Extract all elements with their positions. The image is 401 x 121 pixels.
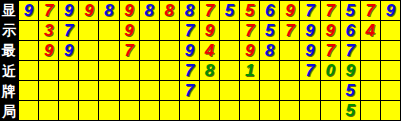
sidebar-char: 近 [2, 61, 16, 81]
grid-cell: 8 [260, 41, 279, 60]
grid-cell: 7 [180, 21, 199, 40]
grid-cell [381, 61, 400, 80]
grid-cell: 9 [321, 21, 340, 40]
grid-cell [180, 101, 199, 120]
sidebar-char: 显 [2, 0, 16, 20]
grid-cell: 9 [200, 21, 219, 40]
grid-cell: 9 [180, 41, 199, 60]
sidebar-char: 最 [2, 40, 16, 60]
grid-cell [381, 21, 400, 40]
grid-cell [39, 81, 58, 100]
grid-cell: 7 [180, 81, 199, 100]
grid-cell: 9 [120, 21, 139, 40]
grid-cell: 5 [341, 101, 360, 120]
grid-cell: 9 [39, 41, 58, 60]
grid-cell [220, 21, 239, 40]
grid-cell [99, 61, 118, 80]
grid-cell: 9 [240, 41, 259, 60]
grid-cell: 7 [321, 1, 340, 20]
sidebar-vertical-label: 显示最近牌局 [0, 0, 18, 121]
grid-cell: 7 [200, 1, 219, 20]
grid-cell [59, 61, 78, 80]
grid-cell: 9 [120, 1, 139, 20]
grid-cell: 7 [300, 61, 319, 80]
grid-cell [300, 101, 319, 120]
grid-cell: 9 [381, 1, 400, 20]
grid-cell [240, 101, 259, 120]
grid-cell [321, 81, 340, 100]
grid-cell: 9 [341, 61, 360, 80]
recent-rounds-board: 显示最近牌局 979989888755697757937979757996499… [0, 0, 401, 121]
grid-cell [99, 21, 118, 40]
grid-cell: 5 [341, 81, 360, 100]
grid-cell: 7 [180, 61, 199, 80]
grid-cell: 5 [260, 21, 279, 40]
grid-cell [361, 41, 380, 60]
grid-cell [19, 21, 38, 40]
grid-cell [260, 81, 279, 100]
grid-cell [79, 61, 98, 80]
grid-cell: 7 [59, 21, 78, 40]
grid-cell [321, 101, 340, 120]
grid-cell [19, 61, 38, 80]
grid-cell [19, 81, 38, 100]
grid-cell [381, 41, 400, 60]
grid-cell [59, 101, 78, 120]
grid-cell [39, 61, 58, 80]
grid-cell: 8 [99, 1, 118, 20]
grid-cell: 8 [160, 1, 179, 20]
grid-cell [220, 81, 239, 100]
grid-cell: 1 [240, 61, 259, 80]
grid-cell: 9 [300, 21, 319, 40]
grid-cell [260, 101, 279, 120]
grid-cell [140, 101, 159, 120]
grid-cell: 8 [140, 1, 159, 20]
grid-cell [79, 21, 98, 40]
grid-cell [19, 101, 38, 120]
grid-cell [79, 41, 98, 60]
grid-cell [280, 61, 299, 80]
grid-cell: 3 [39, 21, 58, 40]
grid-cell: 5 [220, 1, 239, 20]
grid-cell: 8 [180, 1, 199, 20]
grid-cell [79, 101, 98, 120]
grid-cell: 9 [79, 1, 98, 20]
grid-cell [160, 61, 179, 80]
grid-cell [120, 61, 139, 80]
grid-cell: 7 [341, 41, 360, 60]
grid-cell [280, 101, 299, 120]
sidebar-char: 局 [2, 101, 16, 121]
grid-cell [79, 81, 98, 100]
grid-cell: 7 [39, 1, 58, 20]
grid-cell: 0 [321, 61, 340, 80]
grid-cell [39, 101, 58, 120]
sidebar-char: 牌 [2, 81, 16, 101]
grid-cell [381, 101, 400, 120]
grid-cell [140, 61, 159, 80]
grid-cell: 9 [280, 1, 299, 20]
grid-cell: 7 [280, 21, 299, 40]
board-grid: 9799898887556977579379797579964997949897… [18, 0, 401, 121]
grid-cell [140, 41, 159, 60]
grid-cell [160, 81, 179, 100]
grid-cell: 9 [59, 1, 78, 20]
grid-cell [280, 81, 299, 100]
grid-cell: 4 [361, 21, 380, 40]
grid-cell [280, 41, 299, 60]
grid-cell [220, 101, 239, 120]
grid-cell: 4 [200, 41, 219, 60]
grid-cell [200, 81, 219, 100]
grid-cell [140, 21, 159, 40]
grid-cell [120, 81, 139, 100]
grid-cell: 5 [240, 1, 259, 20]
grid-cell: 9 [300, 41, 319, 60]
grid-cell [361, 81, 380, 100]
grid-cell [140, 81, 159, 100]
grid-cell [99, 41, 118, 60]
grid-cell: 9 [19, 1, 38, 20]
grid-cell: 7 [300, 1, 319, 20]
grid-cell [19, 41, 38, 60]
grid-cell: 6 [260, 1, 279, 20]
grid-cell [99, 81, 118, 100]
grid-cell: 8 [200, 61, 219, 80]
grid-cell: 7 [361, 1, 380, 20]
grid-cell [120, 101, 139, 120]
grid-cell [240, 81, 259, 100]
grid-cell: 7 [120, 41, 139, 60]
grid-cell [361, 61, 380, 80]
grid-cell [220, 61, 239, 80]
grid-cell [220, 41, 239, 60]
grid-cell [300, 81, 319, 100]
grid-cell [160, 21, 179, 40]
grid-cell: 7 [321, 41, 340, 60]
grid-cell: 5 [341, 1, 360, 20]
grid-cell: 6 [341, 21, 360, 40]
sidebar-char: 示 [2, 20, 16, 40]
grid-cell: 7 [240, 21, 259, 40]
grid-cell [381, 81, 400, 100]
grid-cell [59, 81, 78, 100]
grid-cell [160, 41, 179, 60]
grid-cell [99, 101, 118, 120]
grid-cell: 9 [59, 41, 78, 60]
grid-cell [200, 101, 219, 120]
grid-cell [361, 101, 380, 120]
grid-cell [260, 61, 279, 80]
grid-cell [160, 101, 179, 120]
